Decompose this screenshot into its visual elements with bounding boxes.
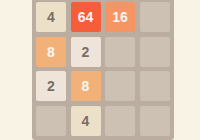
tile-8-r2c1: 8 <box>36 37 66 67</box>
empty-cell-r4c4 <box>140 106 170 136</box>
game-viewport: 4641682284 <box>0 0 200 140</box>
empty-cell-r3c3 <box>105 71 135 101</box>
tile-grid: 4641682284 <box>36 2 170 136</box>
empty-cell-r1c4 <box>140 2 170 32</box>
empty-cell-r2c3 <box>105 37 135 67</box>
tile-8-r3c2: 8 <box>71 71 101 101</box>
board-2048[interactable]: 4641682284 <box>32 0 175 140</box>
tile-64-r1c2: 64 <box>71 2 101 32</box>
tile-16-r1c3: 16 <box>105 2 135 32</box>
empty-cell-r2c4 <box>140 37 170 67</box>
tile-4-r1c1: 4 <box>36 2 66 32</box>
empty-cell-r4c1 <box>36 106 66 136</box>
empty-cell-r4c3 <box>105 106 135 136</box>
tile-2-r2c2: 2 <box>71 37 101 67</box>
empty-cell-r3c4 <box>140 71 170 101</box>
tile-2-r3c1: 2 <box>36 71 66 101</box>
tile-4-r4c2: 4 <box>71 106 101 136</box>
